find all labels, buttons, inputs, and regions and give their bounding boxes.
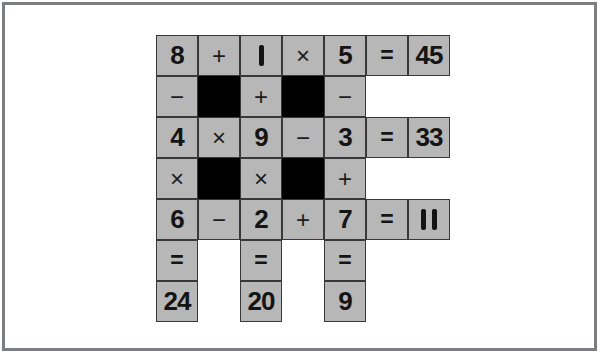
cell-r4c4	[282, 158, 324, 199]
cell-r7c6	[366, 281, 408, 322]
cell-r1c5: 5	[324, 35, 366, 76]
cell-r3c3: 9	[240, 117, 282, 158]
cell-r3c1: 4	[156, 117, 198, 158]
cell-r5c3: 2	[240, 199, 282, 240]
cell-r2c5: −	[324, 76, 366, 117]
cell-r7c7	[408, 281, 450, 322]
cell-r2c3: +	[240, 76, 282, 117]
cell-r3c4: −	[282, 117, 324, 158]
cell-r1c2: +	[198, 35, 240, 76]
cell-r2c6	[366, 76, 408, 117]
cell-r3c7: 33	[408, 117, 450, 158]
cell-r6c6	[366, 240, 408, 281]
cell-r3c5: 3	[324, 117, 366, 158]
cell-r3c2: ×	[198, 117, 240, 158]
cell-r4c2	[198, 158, 240, 199]
cell-r7c3: 20	[240, 281, 282, 322]
cell-r7c1: 24	[156, 281, 198, 322]
cell-r7c2	[198, 281, 240, 322]
puzzle-page: 8+×5=45−+−4×9−3=33××+6−2+7====24209	[0, 0, 600, 354]
cell-r2c7	[408, 76, 450, 117]
cell-r6c1: =	[156, 240, 198, 281]
cell-r5c1: 6	[156, 199, 198, 240]
cell-r4c7	[408, 158, 450, 199]
cell-r5c7	[408, 199, 450, 240]
cell-r6c3: =	[240, 240, 282, 281]
cell-r5c6: =	[366, 199, 408, 240]
cell-r6c2	[198, 240, 240, 281]
cell-r3c6: =	[366, 117, 408, 158]
cell-r1c4: ×	[282, 35, 324, 76]
cell-r7c5: 9	[324, 281, 366, 322]
cell-r4c6	[366, 158, 408, 199]
cell-r6c5: =	[324, 240, 366, 281]
cell-r5c4: +	[282, 199, 324, 240]
cell-r1c1: 8	[156, 35, 198, 76]
cell-r5c5: 7	[324, 199, 366, 240]
cell-r1c3	[240, 35, 282, 76]
cell-r5c2: −	[198, 199, 240, 240]
cell-r6c4	[282, 240, 324, 281]
cell-r2c4	[282, 76, 324, 117]
cell-r7c4	[282, 281, 324, 322]
cell-r4c1: ×	[156, 158, 198, 199]
digit-one-bar	[432, 209, 437, 230]
cell-r2c2	[198, 76, 240, 117]
cell-r2c1: −	[156, 76, 198, 117]
cell-r1c6: =	[366, 35, 408, 76]
cell-r4c3: ×	[240, 158, 282, 199]
puzzle-grid: 8+×5=45−+−4×9−3=33××+6−2+7====24209	[156, 35, 450, 322]
digit-one-bar	[259, 45, 264, 66]
cell-r4c5: +	[324, 158, 366, 199]
cell-r1c7: 45	[408, 35, 450, 76]
cell-r6c7	[408, 240, 450, 281]
digit-one-bar	[421, 209, 426, 230]
